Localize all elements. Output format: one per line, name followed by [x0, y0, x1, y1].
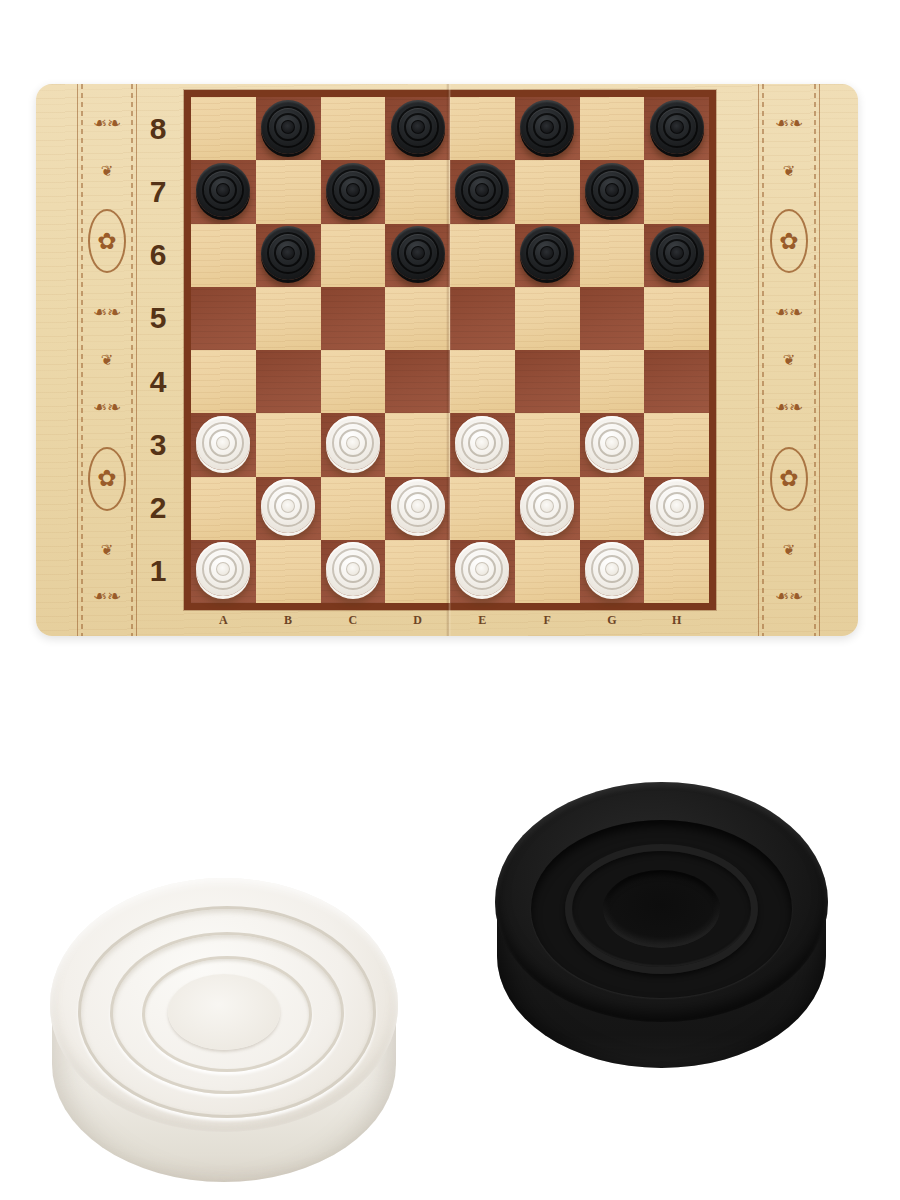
- file-label-f: F: [515, 612, 580, 628]
- square-f5[interactable]: [515, 287, 580, 350]
- square-b1[interactable]: [256, 540, 321, 603]
- square-h1[interactable]: [644, 540, 709, 603]
- square-e4[interactable]: [450, 350, 515, 413]
- square-c7[interactable]: [321, 160, 386, 223]
- scroll-ornament-icon: ❧❧: [776, 588, 803, 605]
- black-piece-f8[interactable]: [520, 100, 574, 154]
- checkers-board: ❧❧❦✿❧❧❦❧❧✿❦❧❧ ❧❧❦✿❧❧❦❧❧✿❦❧❧ 87654321 ABC…: [36, 84, 858, 636]
- square-e8[interactable]: [450, 97, 515, 160]
- square-g4[interactable]: [580, 350, 645, 413]
- square-h3[interactable]: [644, 413, 709, 476]
- file-label-e: E: [450, 612, 515, 628]
- rank-label-2: 2: [136, 477, 180, 540]
- square-b7[interactable]: [256, 160, 321, 223]
- white-piece-f2[interactable]: [520, 479, 574, 533]
- black-piece-center-recess: [603, 870, 720, 948]
- square-g2[interactable]: [580, 477, 645, 540]
- fleur-ornament-icon: ❦: [783, 163, 796, 178]
- square-e1[interactable]: [450, 540, 515, 603]
- rank-label-1: 1: [136, 540, 180, 603]
- scroll-ornament-icon: ❧❧: [94, 304, 121, 321]
- square-g5[interactable]: [580, 287, 645, 350]
- square-e2[interactable]: [450, 477, 515, 540]
- file-label-b: B: [256, 612, 321, 628]
- white-piece-c3[interactable]: [326, 416, 380, 470]
- square-g8[interactable]: [580, 97, 645, 160]
- square-c8[interactable]: [321, 97, 386, 160]
- scroll-ornament-icon: ❧❧: [776, 304, 803, 321]
- square-e7[interactable]: [450, 160, 515, 223]
- square-c2[interactable]: [321, 477, 386, 540]
- medallion-ornament-icon: ✿: [770, 209, 808, 273]
- file-label-h: H: [644, 612, 709, 628]
- square-e5[interactable]: [450, 287, 515, 350]
- square-h5[interactable]: [644, 287, 709, 350]
- square-a3[interactable]: [191, 413, 256, 476]
- square-f7[interactable]: [515, 160, 580, 223]
- white-piece-e3[interactable]: [455, 416, 509, 470]
- white-piece-b2[interactable]: [261, 479, 315, 533]
- rank-label-6: 6: [136, 224, 180, 287]
- scroll-ornament-icon: ❧❧: [776, 115, 803, 132]
- black-piece-f6[interactable]: [520, 226, 574, 280]
- square-d8[interactable]: [385, 97, 450, 160]
- square-g1[interactable]: [580, 540, 645, 603]
- square-h4[interactable]: [644, 350, 709, 413]
- white-piece-g1[interactable]: [585, 542, 639, 596]
- decorative-band-right: ❧❧❦✿❧❧❦❧❧✿❦❧❧: [758, 84, 820, 636]
- square-c4[interactable]: [321, 350, 386, 413]
- white-piece-center-disc: [168, 974, 280, 1050]
- square-c1[interactable]: [321, 540, 386, 603]
- square-c5[interactable]: [321, 287, 386, 350]
- square-d1[interactable]: [385, 540, 450, 603]
- square-b4[interactable]: [256, 350, 321, 413]
- white-piece-a1[interactable]: [196, 542, 250, 596]
- square-e6[interactable]: [450, 224, 515, 287]
- white-piece-h2[interactable]: [650, 479, 704, 533]
- square-h6[interactable]: [644, 224, 709, 287]
- square-d7[interactable]: [385, 160, 450, 223]
- square-h2[interactable]: [644, 477, 709, 540]
- rank-label-4: 4: [136, 350, 180, 413]
- fleur-ornament-icon: ❦: [101, 163, 114, 178]
- square-a4[interactable]: [191, 350, 256, 413]
- square-d4[interactable]: [385, 350, 450, 413]
- black-piece-b6[interactable]: [261, 226, 315, 280]
- fold-seam: [446, 84, 451, 636]
- square-g7[interactable]: [580, 160, 645, 223]
- square-a5[interactable]: [191, 287, 256, 350]
- square-f8[interactable]: [515, 97, 580, 160]
- rank-label-8: 8: [136, 97, 180, 160]
- file-label-g: G: [580, 612, 645, 628]
- white-piece-e1[interactable]: [455, 542, 509, 596]
- scroll-ornament-icon: ❧❧: [94, 399, 121, 416]
- black-piece-e7[interactable]: [455, 163, 509, 217]
- black-piece-d8[interactable]: [391, 100, 445, 154]
- fleur-ornament-icon: ❦: [101, 542, 114, 557]
- square-a1[interactable]: [191, 540, 256, 603]
- black-piece-b8[interactable]: [261, 100, 315, 154]
- decorative-band-left: ❧❧❦✿❧❧❦❧❧✿❦❧❧: [77, 84, 137, 636]
- square-b2[interactable]: [256, 477, 321, 540]
- square-a2[interactable]: [191, 477, 256, 540]
- square-e3[interactable]: [450, 413, 515, 476]
- black-piece-d6[interactable]: [391, 226, 445, 280]
- square-d3[interactable]: [385, 413, 450, 476]
- square-h7[interactable]: [644, 160, 709, 223]
- ornament-column-right: ❧❧❦✿❧❧❦❧❧✿❦❧❧: [759, 84, 819, 636]
- square-f3[interactable]: [515, 413, 580, 476]
- scroll-ornament-icon: ❧❧: [94, 115, 121, 132]
- square-d6[interactable]: [385, 224, 450, 287]
- square-a8[interactable]: [191, 97, 256, 160]
- square-f6[interactable]: [515, 224, 580, 287]
- white-piece-d2[interactable]: [391, 479, 445, 533]
- square-d5[interactable]: [385, 287, 450, 350]
- square-c6[interactable]: [321, 224, 386, 287]
- rank-labels: 87654321: [136, 97, 180, 603]
- white-piece-g3[interactable]: [585, 416, 639, 470]
- scroll-ornament-icon: ❧❧: [94, 588, 121, 605]
- square-g3[interactable]: [580, 413, 645, 476]
- square-h8[interactable]: [644, 97, 709, 160]
- square-d2[interactable]: [385, 477, 450, 540]
- fleur-ornament-icon: ❦: [783, 542, 796, 557]
- ornament-column-left: ❧❧❦✿❧❧❦❧❧✿❦❧❧: [78, 84, 136, 636]
- file-label-c: C: [321, 612, 386, 628]
- medallion-ornament-icon: ✿: [770, 447, 808, 511]
- white-piece-c1[interactable]: [326, 542, 380, 596]
- square-b8[interactable]: [256, 97, 321, 160]
- medallion-ornament-icon: ✿: [88, 209, 126, 273]
- black-piece-h8[interactable]: [650, 100, 704, 154]
- rank-label-3: 3: [136, 413, 180, 476]
- square-f4[interactable]: [515, 350, 580, 413]
- square-f2[interactable]: [515, 477, 580, 540]
- square-b6[interactable]: [256, 224, 321, 287]
- fleur-ornament-icon: ❦: [101, 352, 114, 367]
- white-piece-a3[interactable]: [196, 416, 250, 470]
- scroll-ornament-icon: ❧❧: [776, 399, 803, 416]
- rank-label-7: 7: [136, 160, 180, 223]
- fleur-ornament-icon: ❦: [783, 352, 796, 367]
- square-b5[interactable]: [256, 287, 321, 350]
- medallion-ornament-icon: ✿: [88, 447, 126, 511]
- closeup-white-piece: [50, 878, 398, 1184]
- black-piece-a7[interactable]: [196, 163, 250, 217]
- square-a6[interactable]: [191, 224, 256, 287]
- black-piece-g7[interactable]: [585, 163, 639, 217]
- closeup-black-piece: [495, 782, 828, 1070]
- square-g6[interactable]: [580, 224, 645, 287]
- square-a7[interactable]: [191, 160, 256, 223]
- black-piece-c7[interactable]: [326, 163, 380, 217]
- rank-label-5: 5: [136, 287, 180, 350]
- file-label-d: D: [385, 612, 450, 628]
- file-label-a: A: [191, 612, 256, 628]
- square-b3[interactable]: [256, 413, 321, 476]
- square-c3[interactable]: [321, 413, 386, 476]
- square-f1[interactable]: [515, 540, 580, 603]
- black-piece-h6[interactable]: [650, 226, 704, 280]
